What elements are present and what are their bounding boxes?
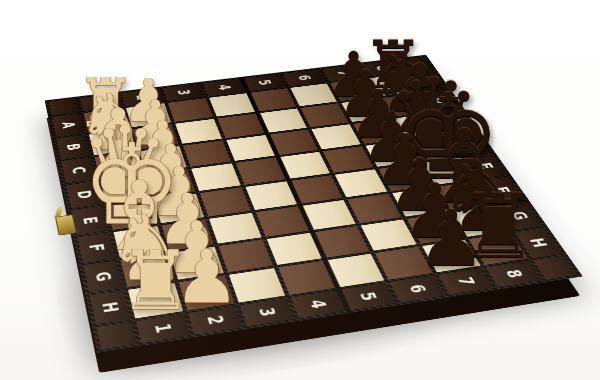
chess-set-photo-canvas: 12345678AABBCCDDEEFFGGHH12345678 ♜♞♝♛♚♝♞… (0, 0, 600, 380)
piece-black-pawn[interactable]: ♟ (417, 200, 486, 277)
piece-white-rook[interactable]: ♜ (119, 241, 193, 323)
pieces-layer: ♜♞♝♛♚♝♞♜♟♟♟♟♟♟♟♟♟♟♟♟♟♟♟♟♜♞♝♛♚♝♞♜ (0, 0, 600, 380)
